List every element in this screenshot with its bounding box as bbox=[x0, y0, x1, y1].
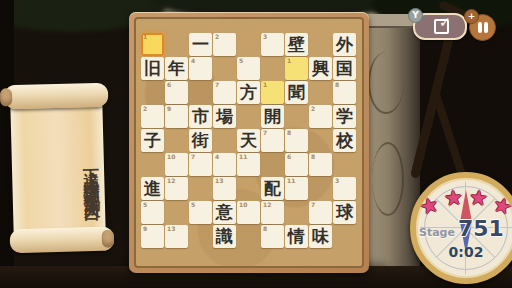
cell-kanji: 球 bbox=[336, 201, 353, 224]
grid-cell-r1c3: 一 bbox=[189, 33, 212, 56]
pause-icon bbox=[478, 22, 482, 33]
cell-kanji: 進 bbox=[144, 177, 161, 200]
cell-kanji: 旧 bbox=[144, 57, 161, 80]
cell-number: 8 bbox=[263, 225, 267, 232]
grid-cell-r4c2[interactable]: 9 bbox=[165, 105, 188, 128]
star-icon: ★ bbox=[443, 185, 464, 211]
grid-cell-r4c1[interactable]: 2 bbox=[141, 105, 164, 128]
plus-button-badge: + bbox=[464, 9, 479, 24]
cell-number: 10 bbox=[239, 201, 247, 208]
grid-cell-r3c2[interactable]: 6 bbox=[165, 81, 188, 104]
candidate-kanji-list: 下達上中実分物地流数新人白 bbox=[6, 105, 110, 248]
cell-kanji: 一 bbox=[192, 33, 209, 56]
grid-cell-r6c8[interactable]: 8 bbox=[309, 153, 332, 176]
grid-cell-r7c6: 配 bbox=[261, 177, 284, 200]
grid-cell-r8c2 bbox=[165, 201, 188, 224]
cell-kanji: 意 bbox=[216, 201, 233, 224]
grid-cell-r9c4: 識 bbox=[213, 225, 236, 248]
cell-number: 5 bbox=[191, 201, 195, 208]
cell-kanji: 場 bbox=[216, 105, 233, 128]
cell-kanji: 国 bbox=[336, 57, 353, 80]
grid-cell-r3c5: 方 bbox=[237, 81, 260, 104]
cell-number: 13 bbox=[215, 177, 223, 184]
cell-kanji: 市 bbox=[192, 105, 209, 128]
grid-cell-r6c1 bbox=[141, 153, 164, 176]
grid-cell-r5c9: 校 bbox=[333, 129, 356, 152]
grid-cell-r8c9: 球 bbox=[333, 201, 356, 224]
grid-cell-r6c5[interactable]: 11 bbox=[237, 153, 260, 176]
grid-cell-r8c7 bbox=[285, 201, 308, 224]
grid-cell-r5c1: 子 bbox=[141, 129, 164, 152]
grid-cell-r9c9 bbox=[333, 225, 356, 248]
grid-cell-r8c1[interactable]: 5 bbox=[141, 201, 164, 224]
cell-number: 13 bbox=[167, 225, 175, 232]
cell-number: 1 bbox=[143, 33, 147, 40]
grid-cell-r5c3: 街 bbox=[189, 129, 212, 152]
grid-cell-r3c7: 聞 bbox=[285, 81, 308, 104]
grid-cell-r1c8 bbox=[309, 33, 332, 56]
grid-cell-r1c5 bbox=[237, 33, 260, 56]
cell-number: 7 bbox=[215, 81, 219, 88]
grid-cell-r3c9[interactable]: 8 bbox=[333, 81, 356, 104]
grid-cell-r4c7 bbox=[285, 105, 308, 128]
cell-kanji: 味 bbox=[312, 225, 329, 248]
grid-cell-r5c4 bbox=[213, 129, 236, 152]
grid-cell-r2c9: 国 bbox=[333, 57, 356, 80]
grid-cell-r8c8[interactable]: 7 bbox=[309, 201, 332, 224]
stage-label: Stage bbox=[419, 226, 455, 239]
grid-cell-r8c3[interactable]: 5 bbox=[189, 201, 212, 224]
pause-icon bbox=[484, 22, 488, 33]
cell-number: 1 bbox=[263, 81, 267, 88]
pillar-carving bbox=[372, 142, 404, 216]
grid-cell-r6c4[interactable]: 4 bbox=[213, 153, 236, 176]
grid-cell-r9c7: 情 bbox=[285, 225, 308, 248]
cell-number: 3 bbox=[335, 177, 339, 184]
checkmark-icon: ✓ bbox=[439, 14, 451, 30]
grid-cell-r2c7[interactable]: 1 bbox=[285, 57, 308, 80]
candidate-scroll: 下達上中実分物地流数新人白 bbox=[6, 83, 110, 254]
cell-kanji: 学 bbox=[336, 105, 353, 128]
scroll-roll-cap bbox=[0, 88, 12, 106]
grid-cell-r6c6 bbox=[261, 153, 284, 176]
grid-cell-r1c1[interactable]: 1 bbox=[141, 33, 164, 56]
cell-number: 5 bbox=[239, 57, 243, 64]
grid-cell-r1c2 bbox=[165, 33, 188, 56]
grid-cell-r8c4: 意 bbox=[213, 201, 236, 224]
stage-medallion: ★★★★ Stage 751 0:02 bbox=[410, 172, 512, 284]
cell-number: 5 bbox=[143, 201, 147, 208]
grid-cell-r1c6[interactable]: 3 bbox=[261, 33, 284, 56]
grid-cell-r7c5 bbox=[237, 177, 260, 200]
cell-number: 9 bbox=[143, 225, 147, 232]
cell-number: 7 bbox=[311, 201, 315, 208]
stage-number: 751 bbox=[458, 216, 504, 241]
grid-cell-r7c8 bbox=[309, 177, 332, 200]
cell-kanji: 街 bbox=[192, 129, 209, 152]
cell-number: 4 bbox=[191, 57, 195, 64]
cell-number: 10 bbox=[167, 153, 175, 160]
grid-cell-r5c2 bbox=[165, 129, 188, 152]
grid-cell-r9c2[interactable]: 13 bbox=[165, 225, 188, 248]
grid-cell-r3c6[interactable]: 1 bbox=[261, 81, 284, 104]
cell-number: 4 bbox=[215, 153, 219, 160]
grid-cell-r2c2: 年 bbox=[165, 57, 188, 80]
grid-cell-r2c5[interactable]: 5 bbox=[237, 57, 260, 80]
grid-cell-r3c3 bbox=[189, 81, 212, 104]
grid-cell-r4c6: 開 bbox=[261, 105, 284, 128]
grid-cell-r2c1: 旧 bbox=[141, 57, 164, 80]
cell-number: 7 bbox=[191, 153, 195, 160]
crossword-grid: 1一23壁外旧年451興国67方1聞829市場開2学子街天78校10741168… bbox=[141, 33, 356, 248]
timer-text: 0:02 bbox=[416, 244, 512, 260]
cell-number: 8 bbox=[335, 81, 339, 88]
grid-cell-r4c9: 学 bbox=[333, 105, 356, 128]
puzzle-board: 1一23壁外旧年451興国67方1聞829市場開2学子街天78校10741168… bbox=[129, 12, 369, 273]
grid-cell-r1c9: 外 bbox=[333, 33, 356, 56]
grid-cell-r7c2[interactable]: 12 bbox=[165, 177, 188, 200]
cell-kanji: 興 bbox=[312, 57, 329, 80]
grid-cell-r6c9 bbox=[333, 153, 356, 176]
cell-number: 6 bbox=[167, 81, 171, 88]
cell-number: 6 bbox=[287, 153, 291, 160]
cell-kanji: 天 bbox=[240, 129, 257, 152]
grid-cell-r5c6[interactable]: 7 bbox=[261, 129, 284, 152]
grid-cell-r8c5[interactable]: 10 bbox=[237, 201, 260, 224]
grid-cell-r6c2[interactable]: 10 bbox=[165, 153, 188, 176]
cell-number: 2 bbox=[215, 33, 219, 40]
y-button-badge: Y bbox=[408, 8, 423, 23]
grid-cell-r3c4[interactable]: 7 bbox=[213, 81, 236, 104]
cell-number: 1 bbox=[287, 57, 291, 64]
pillar-carving bbox=[368, 52, 404, 114]
grid-cell-r9c6[interactable]: 8 bbox=[261, 225, 284, 248]
cell-number: 7 bbox=[263, 129, 267, 136]
cell-kanji: 識 bbox=[216, 225, 233, 248]
cell-number: 3 bbox=[263, 33, 267, 40]
cell-number: 12 bbox=[263, 201, 271, 208]
grid-cell-r6c3[interactable]: 7 bbox=[189, 153, 212, 176]
cell-kanji: 校 bbox=[336, 129, 353, 152]
cell-number: 12 bbox=[167, 177, 175, 184]
grid-cell-r2c4 bbox=[213, 57, 236, 80]
grid-cell-r7c4[interactable]: 13 bbox=[213, 177, 236, 200]
grid-cell-r2c8: 興 bbox=[309, 57, 332, 80]
grid-cell-r4c8[interactable]: 2 bbox=[309, 105, 332, 128]
cell-number: 8 bbox=[287, 129, 291, 136]
grid-cell-r9c3 bbox=[189, 225, 212, 248]
cell-number: 2 bbox=[143, 105, 147, 112]
cell-number: 8 bbox=[311, 153, 315, 160]
grid-cell-r4c5 bbox=[237, 105, 260, 128]
grid-cell-r7c1: 進 bbox=[141, 177, 164, 200]
cell-number: 2 bbox=[311, 105, 315, 112]
cell-kanji: 外 bbox=[336, 33, 353, 56]
grid-cell-r9c5 bbox=[237, 225, 260, 248]
grid-cell-r3c1 bbox=[141, 81, 164, 104]
grid-cell-r8c6[interactable]: 12 bbox=[261, 201, 284, 224]
scroll-kanji-column: 物地流数新人白 bbox=[8, 173, 109, 197]
cell-number: 11 bbox=[287, 177, 295, 184]
grid-cell-r2c3[interactable]: 4 bbox=[189, 57, 212, 80]
grid-cell-r7c7[interactable]: 11 bbox=[285, 177, 308, 200]
grid-cell-r5c7[interactable]: 8 bbox=[285, 129, 308, 152]
grid-cell-r9c8: 味 bbox=[309, 225, 332, 248]
grid-cell-r4c4: 場 bbox=[213, 105, 236, 128]
cell-kanji: 壁 bbox=[288, 33, 305, 56]
grid-cell-r7c3 bbox=[189, 177, 212, 200]
cell-kanji: 子 bbox=[144, 129, 161, 152]
grid-cell-r5c8 bbox=[309, 129, 332, 152]
cell-kanji: 開 bbox=[264, 105, 281, 128]
cell-number: 9 bbox=[167, 105, 171, 112]
grid-cell-r7c9[interactable]: 3 bbox=[333, 177, 356, 200]
grid-cell-r6c7[interactable]: 6 bbox=[285, 153, 308, 176]
pause-button[interactable]: + bbox=[469, 14, 496, 41]
grid-cell-r5c5: 天 bbox=[237, 129, 260, 152]
cell-kanji: 情 bbox=[288, 225, 305, 248]
cell-kanji: 方 bbox=[240, 81, 257, 104]
grid-cell-r3c8 bbox=[309, 81, 332, 104]
word-check-button[interactable]: ✓ Y bbox=[413, 13, 467, 40]
cell-kanji: 配 bbox=[264, 177, 281, 200]
star-icon: ★ bbox=[468, 185, 489, 211]
cell-number: 11 bbox=[239, 153, 247, 160]
grid-cell-r1c7: 壁 bbox=[285, 33, 308, 56]
grid-cell-r2c6 bbox=[261, 57, 284, 80]
grid-cell-r9c1[interactable]: 9 bbox=[141, 225, 164, 248]
grid-cell-r4c3: 市 bbox=[189, 105, 212, 128]
cell-kanji: 年 bbox=[168, 57, 185, 80]
cell-kanji: 聞 bbox=[288, 81, 305, 104]
grid-cell-r1c4[interactable]: 2 bbox=[213, 33, 236, 56]
